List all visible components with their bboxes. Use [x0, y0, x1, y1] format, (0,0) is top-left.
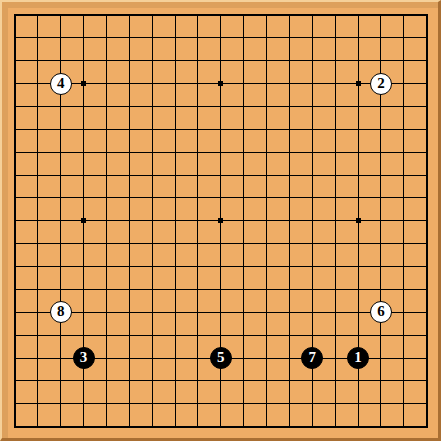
intersection-K1[interactable]: [209, 415, 232, 438]
intersection-B4[interactable]: [26, 347, 49, 370]
intersection-T7[interactable]: [415, 278, 438, 301]
intersection-R13[interactable]: [370, 141, 393, 164]
intersection-C10[interactable]: [49, 209, 72, 232]
intersection-P2[interactable]: [324, 392, 347, 415]
intersection-F7[interactable]: [118, 278, 141, 301]
intersection-J10[interactable]: [187, 209, 210, 232]
intersection-B2[interactable]: [26, 392, 49, 415]
intersection-P19[interactable]: [324, 4, 347, 27]
intersection-G9[interactable]: [141, 232, 164, 255]
intersection-F19[interactable]: [118, 4, 141, 27]
intersection-P5[interactable]: [324, 324, 347, 347]
intersection-L11[interactable]: [232, 187, 255, 210]
intersection-A7[interactable]: [4, 278, 27, 301]
intersection-T17[interactable]: [415, 49, 438, 72]
intersection-J5[interactable]: [187, 324, 210, 347]
intersection-Q10[interactable]: [347, 209, 370, 232]
intersection-D13[interactable]: [72, 141, 95, 164]
intersection-E18[interactable]: [95, 26, 118, 49]
intersection-L18[interactable]: [232, 26, 255, 49]
intersection-O6[interactable]: [301, 301, 324, 324]
intersection-P1[interactable]: [324, 415, 347, 438]
intersection-K3[interactable]: [209, 370, 232, 393]
intersection-F17[interactable]: [118, 49, 141, 72]
intersection-M10[interactable]: [255, 209, 278, 232]
intersection-N12[interactable]: [278, 164, 301, 187]
intersection-Q11[interactable]: [347, 187, 370, 210]
intersection-S18[interactable]: [392, 26, 415, 49]
intersection-G6[interactable]: [141, 301, 164, 324]
intersection-K19[interactable]: [209, 4, 232, 27]
intersection-P6[interactable]: [324, 301, 347, 324]
intersection-F15[interactable]: [118, 95, 141, 118]
intersection-P11[interactable]: [324, 187, 347, 210]
intersection-N11[interactable]: [278, 187, 301, 210]
intersection-P7[interactable]: [324, 278, 347, 301]
intersection-K14[interactable]: [209, 118, 232, 141]
intersection-J3[interactable]: [187, 370, 210, 393]
intersection-L14[interactable]: [232, 118, 255, 141]
intersection-T15[interactable]: [415, 95, 438, 118]
intersection-T11[interactable]: [415, 187, 438, 210]
intersection-S19[interactable]: [392, 4, 415, 27]
intersection-D15[interactable]: [72, 95, 95, 118]
intersection-B14[interactable]: [26, 118, 49, 141]
intersection-S8[interactable]: [392, 255, 415, 278]
intersection-Q12[interactable]: [347, 164, 370, 187]
intersection-O18[interactable]: [301, 26, 324, 49]
intersection-S6[interactable]: [392, 301, 415, 324]
intersection-K12[interactable]: [209, 164, 232, 187]
intersection-O9[interactable]: [301, 232, 324, 255]
intersection-D4[interactable]: 3: [72, 347, 95, 370]
intersection-M2[interactable]: [255, 392, 278, 415]
intersection-S13[interactable]: [392, 141, 415, 164]
intersection-P16[interactable]: [324, 72, 347, 95]
intersection-T16[interactable]: [415, 72, 438, 95]
intersection-C1[interactable]: [49, 415, 72, 438]
intersection-C11[interactable]: [49, 187, 72, 210]
intersection-B10[interactable]: [26, 209, 49, 232]
intersection-S16[interactable]: [392, 72, 415, 95]
intersection-S9[interactable]: [392, 232, 415, 255]
intersection-E6[interactable]: [95, 301, 118, 324]
intersection-R4[interactable]: [370, 347, 393, 370]
intersection-L17[interactable]: [232, 49, 255, 72]
intersection-A10[interactable]: [4, 209, 27, 232]
intersection-A14[interactable]: [4, 118, 27, 141]
intersection-B19[interactable]: [26, 4, 49, 27]
intersection-E4[interactable]: [95, 347, 118, 370]
intersection-A3[interactable]: [4, 370, 27, 393]
intersection-J17[interactable]: [187, 49, 210, 72]
intersection-P4[interactable]: [324, 347, 347, 370]
intersection-R1[interactable]: [370, 415, 393, 438]
intersection-L16[interactable]: [232, 72, 255, 95]
intersection-Q8[interactable]: [347, 255, 370, 278]
intersection-B11[interactable]: [26, 187, 49, 210]
intersection-F11[interactable]: [118, 187, 141, 210]
intersection-C2[interactable]: [49, 392, 72, 415]
intersection-G15[interactable]: [141, 95, 164, 118]
intersection-A8[interactable]: [4, 255, 27, 278]
intersection-N7[interactable]: [278, 278, 301, 301]
intersection-N19[interactable]: [278, 4, 301, 27]
intersection-N17[interactable]: [278, 49, 301, 72]
intersection-Q6[interactable]: [347, 301, 370, 324]
intersection-S17[interactable]: [392, 49, 415, 72]
intersection-T1[interactable]: [415, 415, 438, 438]
intersection-D18[interactable]: [72, 26, 95, 49]
intersection-R17[interactable]: [370, 49, 393, 72]
intersection-A17[interactable]: [4, 49, 27, 72]
intersection-L13[interactable]: [232, 141, 255, 164]
intersection-R18[interactable]: [370, 26, 393, 49]
intersection-H17[interactable]: [164, 49, 187, 72]
intersection-H4[interactable]: [164, 347, 187, 370]
intersection-Q18[interactable]: [347, 26, 370, 49]
intersection-E2[interactable]: [95, 392, 118, 415]
intersection-C5[interactable]: [49, 324, 72, 347]
intersection-B8[interactable]: [26, 255, 49, 278]
intersection-T8[interactable]: [415, 255, 438, 278]
intersection-C18[interactable]: [49, 26, 72, 49]
intersection-M5[interactable]: [255, 324, 278, 347]
intersection-C7[interactable]: [49, 278, 72, 301]
intersection-J2[interactable]: [187, 392, 210, 415]
intersection-S12[interactable]: [392, 164, 415, 187]
intersection-O12[interactable]: [301, 164, 324, 187]
intersection-M6[interactable]: [255, 301, 278, 324]
intersection-S15[interactable]: [392, 95, 415, 118]
intersection-E3[interactable]: [95, 370, 118, 393]
intersection-E11[interactable]: [95, 187, 118, 210]
intersection-O5[interactable]: [301, 324, 324, 347]
intersection-E16[interactable]: [95, 72, 118, 95]
intersection-T4[interactable]: [415, 347, 438, 370]
intersection-F5[interactable]: [118, 324, 141, 347]
intersection-F18[interactable]: [118, 26, 141, 49]
intersection-R5[interactable]: [370, 324, 393, 347]
intersection-Q9[interactable]: [347, 232, 370, 255]
intersection-B16[interactable]: [26, 72, 49, 95]
intersection-K7[interactable]: [209, 278, 232, 301]
intersection-S14[interactable]: [392, 118, 415, 141]
intersection-F16[interactable]: [118, 72, 141, 95]
intersection-T3[interactable]: [415, 370, 438, 393]
intersection-H7[interactable]: [164, 278, 187, 301]
intersection-M14[interactable]: [255, 118, 278, 141]
intersection-R16[interactable]: 2: [370, 72, 393, 95]
intersection-N9[interactable]: [278, 232, 301, 255]
intersection-R7[interactable]: [370, 278, 393, 301]
intersection-G2[interactable]: [141, 392, 164, 415]
intersection-G11[interactable]: [141, 187, 164, 210]
intersection-O14[interactable]: [301, 118, 324, 141]
intersection-F2[interactable]: [118, 392, 141, 415]
intersection-P8[interactable]: [324, 255, 347, 278]
intersection-D17[interactable]: [72, 49, 95, 72]
intersection-P15[interactable]: [324, 95, 347, 118]
intersection-N5[interactable]: [278, 324, 301, 347]
intersection-J12[interactable]: [187, 164, 210, 187]
intersection-M3[interactable]: [255, 370, 278, 393]
intersection-A16[interactable]: [4, 72, 27, 95]
intersection-C9[interactable]: [49, 232, 72, 255]
intersection-F10[interactable]: [118, 209, 141, 232]
intersection-A11[interactable]: [4, 187, 27, 210]
intersection-F13[interactable]: [118, 141, 141, 164]
intersection-G1[interactable]: [141, 415, 164, 438]
intersection-K17[interactable]: [209, 49, 232, 72]
intersection-D5[interactable]: [72, 324, 95, 347]
intersection-L12[interactable]: [232, 164, 255, 187]
intersection-D2[interactable]: [72, 392, 95, 415]
intersection-O11[interactable]: [301, 187, 324, 210]
intersection-C19[interactable]: [49, 4, 72, 27]
intersection-K2[interactable]: [209, 392, 232, 415]
intersection-J11[interactable]: [187, 187, 210, 210]
intersection-T10[interactable]: [415, 209, 438, 232]
intersection-M7[interactable]: [255, 278, 278, 301]
intersection-D16[interactable]: [72, 72, 95, 95]
intersection-Q14[interactable]: [347, 118, 370, 141]
intersection-G5[interactable]: [141, 324, 164, 347]
intersection-E12[interactable]: [95, 164, 118, 187]
intersection-N6[interactable]: [278, 301, 301, 324]
intersection-L4[interactable]: [232, 347, 255, 370]
intersection-O13[interactable]: [301, 141, 324, 164]
intersection-M15[interactable]: [255, 95, 278, 118]
intersection-R10[interactable]: [370, 209, 393, 232]
intersection-Q1[interactable]: [347, 415, 370, 438]
intersection-G4[interactable]: [141, 347, 164, 370]
intersection-E14[interactable]: [95, 118, 118, 141]
intersection-L2[interactable]: [232, 392, 255, 415]
intersection-H10[interactable]: [164, 209, 187, 232]
intersection-D14[interactable]: [72, 118, 95, 141]
intersection-Q19[interactable]: [347, 4, 370, 27]
intersection-A2[interactable]: [4, 392, 27, 415]
intersection-G16[interactable]: [141, 72, 164, 95]
intersection-D10[interactable]: [72, 209, 95, 232]
intersection-O2[interactable]: [301, 392, 324, 415]
intersection-K8[interactable]: [209, 255, 232, 278]
intersection-K5[interactable]: [209, 324, 232, 347]
intersection-Q13[interactable]: [347, 141, 370, 164]
intersection-H15[interactable]: [164, 95, 187, 118]
intersection-J9[interactable]: [187, 232, 210, 255]
intersection-K16[interactable]: [209, 72, 232, 95]
intersection-H12[interactable]: [164, 164, 187, 187]
intersection-O7[interactable]: [301, 278, 324, 301]
intersection-B18[interactable]: [26, 26, 49, 49]
intersection-R19[interactable]: [370, 4, 393, 27]
intersection-A1[interactable]: [4, 415, 27, 438]
intersection-S7[interactable]: [392, 278, 415, 301]
intersection-M12[interactable]: [255, 164, 278, 187]
intersection-H6[interactable]: [164, 301, 187, 324]
intersection-B5[interactable]: [26, 324, 49, 347]
intersection-A15[interactable]: [4, 95, 27, 118]
intersection-F6[interactable]: [118, 301, 141, 324]
intersection-H16[interactable]: [164, 72, 187, 95]
intersection-K13[interactable]: [209, 141, 232, 164]
intersection-N14[interactable]: [278, 118, 301, 141]
intersection-P14[interactable]: [324, 118, 347, 141]
intersection-G18[interactable]: [141, 26, 164, 49]
intersection-H5[interactable]: [164, 324, 187, 347]
intersection-B12[interactable]: [26, 164, 49, 187]
intersection-T9[interactable]: [415, 232, 438, 255]
intersection-P17[interactable]: [324, 49, 347, 72]
intersection-N1[interactable]: [278, 415, 301, 438]
intersection-C12[interactable]: [49, 164, 72, 187]
intersection-A4[interactable]: [4, 347, 27, 370]
intersection-G19[interactable]: [141, 4, 164, 27]
intersection-E13[interactable]: [95, 141, 118, 164]
intersection-O8[interactable]: [301, 255, 324, 278]
intersection-Q15[interactable]: [347, 95, 370, 118]
intersection-M11[interactable]: [255, 187, 278, 210]
intersection-B7[interactable]: [26, 278, 49, 301]
intersection-B15[interactable]: [26, 95, 49, 118]
intersection-M9[interactable]: [255, 232, 278, 255]
intersection-O10[interactable]: [301, 209, 324, 232]
intersection-S2[interactable]: [392, 392, 415, 415]
intersection-G10[interactable]: [141, 209, 164, 232]
intersection-J15[interactable]: [187, 95, 210, 118]
intersection-T13[interactable]: [415, 141, 438, 164]
intersection-R8[interactable]: [370, 255, 393, 278]
intersection-D12[interactable]: [72, 164, 95, 187]
intersection-A18[interactable]: [4, 26, 27, 49]
intersection-O15[interactable]: [301, 95, 324, 118]
intersection-M18[interactable]: [255, 26, 278, 49]
intersection-S1[interactable]: [392, 415, 415, 438]
intersection-B3[interactable]: [26, 370, 49, 393]
intersection-J7[interactable]: [187, 278, 210, 301]
intersection-F4[interactable]: [118, 347, 141, 370]
intersection-L8[interactable]: [232, 255, 255, 278]
intersection-G12[interactable]: [141, 164, 164, 187]
intersection-T2[interactable]: [415, 392, 438, 415]
intersection-R3[interactable]: [370, 370, 393, 393]
intersection-M17[interactable]: [255, 49, 278, 72]
intersection-O17[interactable]: [301, 49, 324, 72]
intersection-K4[interactable]: 5: [209, 347, 232, 370]
intersection-T6[interactable]: [415, 301, 438, 324]
intersection-G3[interactable]: [141, 370, 164, 393]
intersection-N18[interactable]: [278, 26, 301, 49]
intersection-H18[interactable]: [164, 26, 187, 49]
intersection-N13[interactable]: [278, 141, 301, 164]
intersection-S4[interactable]: [392, 347, 415, 370]
intersection-C3[interactable]: [49, 370, 72, 393]
intersection-J18[interactable]: [187, 26, 210, 49]
intersection-R12[interactable]: [370, 164, 393, 187]
intersection-D1[interactable]: [72, 415, 95, 438]
intersection-M16[interactable]: [255, 72, 278, 95]
intersection-S3[interactable]: [392, 370, 415, 393]
intersection-J16[interactable]: [187, 72, 210, 95]
intersection-F3[interactable]: [118, 370, 141, 393]
intersection-G14[interactable]: [141, 118, 164, 141]
intersection-E17[interactable]: [95, 49, 118, 72]
intersection-D3[interactable]: [72, 370, 95, 393]
intersection-O3[interactable]: [301, 370, 324, 393]
intersection-G8[interactable]: [141, 255, 164, 278]
intersection-B13[interactable]: [26, 141, 49, 164]
intersection-E10[interactable]: [95, 209, 118, 232]
intersection-Q7[interactable]: [347, 278, 370, 301]
intersection-S11[interactable]: [392, 187, 415, 210]
intersection-J8[interactable]: [187, 255, 210, 278]
intersection-M1[interactable]: [255, 415, 278, 438]
intersection-L3[interactable]: [232, 370, 255, 393]
intersection-R14[interactable]: [370, 118, 393, 141]
intersection-L15[interactable]: [232, 95, 255, 118]
intersection-R6[interactable]: 6: [370, 301, 393, 324]
intersection-T12[interactable]: [415, 164, 438, 187]
intersection-E19[interactable]: [95, 4, 118, 27]
intersection-Q4[interactable]: 1: [347, 347, 370, 370]
intersection-D19[interactable]: [72, 4, 95, 27]
intersection-E1[interactable]: [95, 415, 118, 438]
intersection-B1[interactable]: [26, 415, 49, 438]
intersection-J13[interactable]: [187, 141, 210, 164]
intersection-M13[interactable]: [255, 141, 278, 164]
intersection-G7[interactable]: [141, 278, 164, 301]
intersection-O1[interactable]: [301, 415, 324, 438]
intersection-J4[interactable]: [187, 347, 210, 370]
intersection-L1[interactable]: [232, 415, 255, 438]
intersection-H19[interactable]: [164, 4, 187, 27]
intersection-O16[interactable]: [301, 72, 324, 95]
intersection-H3[interactable]: [164, 370, 187, 393]
intersection-A13[interactable]: [4, 141, 27, 164]
intersection-M4[interactable]: [255, 347, 278, 370]
intersection-E5[interactable]: [95, 324, 118, 347]
intersection-E9[interactable]: [95, 232, 118, 255]
intersection-E15[interactable]: [95, 95, 118, 118]
intersection-T14[interactable]: [415, 118, 438, 141]
intersection-M19[interactable]: [255, 4, 278, 27]
intersection-K10[interactable]: [209, 209, 232, 232]
intersection-A9[interactable]: [4, 232, 27, 255]
intersection-F1[interactable]: [118, 415, 141, 438]
intersection-B6[interactable]: [26, 301, 49, 324]
intersection-N10[interactable]: [278, 209, 301, 232]
intersection-Q2[interactable]: [347, 392, 370, 415]
intersection-S10[interactable]: [392, 209, 415, 232]
intersection-C14[interactable]: [49, 118, 72, 141]
intersection-K18[interactable]: [209, 26, 232, 49]
intersection-F9[interactable]: [118, 232, 141, 255]
intersection-Q16[interactable]: [347, 72, 370, 95]
intersection-A19[interactable]: [4, 4, 27, 27]
intersection-C17[interactable]: [49, 49, 72, 72]
intersection-F12[interactable]: [118, 164, 141, 187]
intersection-K11[interactable]: [209, 187, 232, 210]
intersection-C16[interactable]: 4: [49, 72, 72, 95]
intersection-E8[interactable]: [95, 255, 118, 278]
intersection-F8[interactable]: [118, 255, 141, 278]
intersection-R15[interactable]: [370, 95, 393, 118]
intersection-H8[interactable]: [164, 255, 187, 278]
intersection-E7[interactable]: [95, 278, 118, 301]
intersection-L5[interactable]: [232, 324, 255, 347]
